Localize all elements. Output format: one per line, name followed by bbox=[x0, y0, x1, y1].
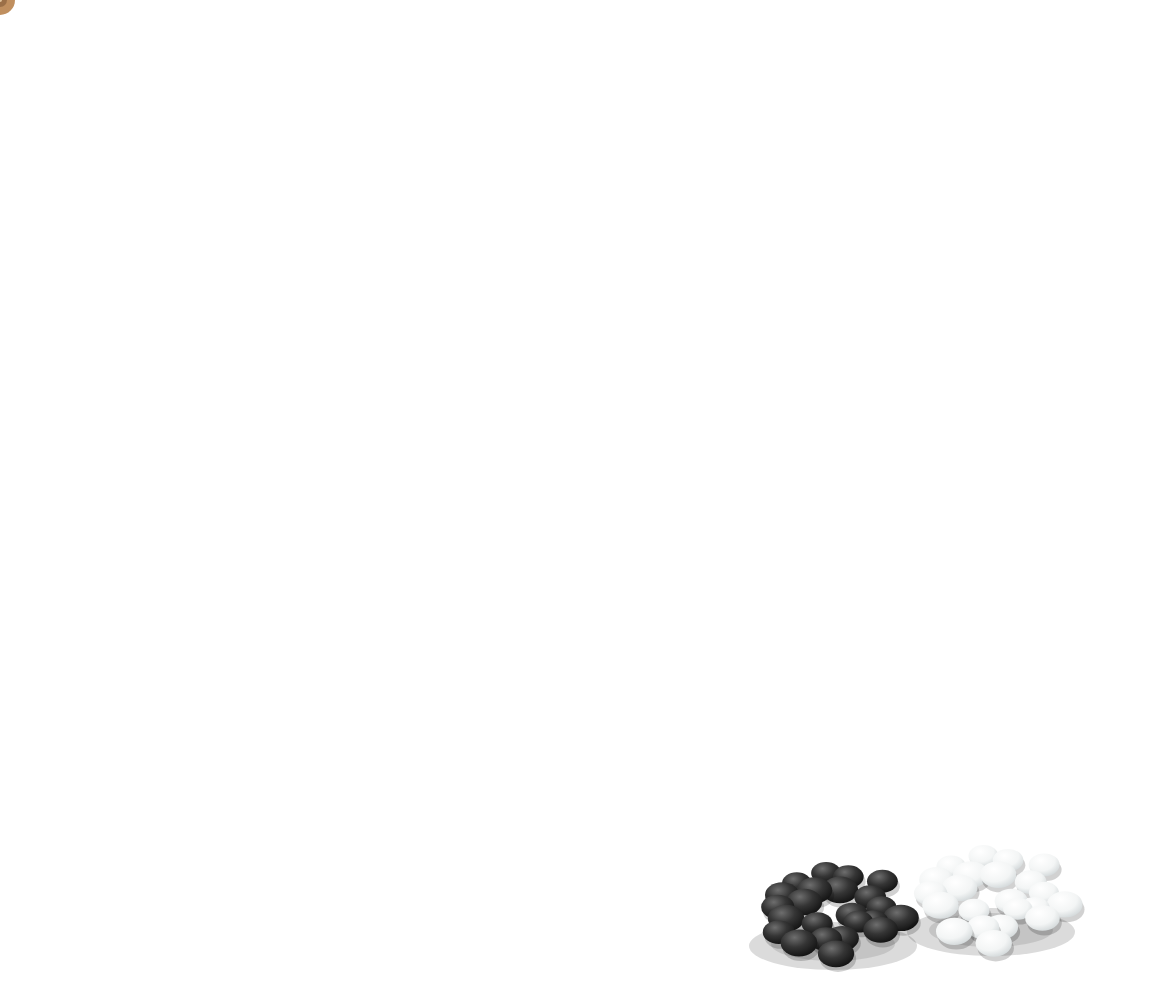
white-stone-pile bbox=[907, 845, 1085, 962]
pile-stone bbox=[936, 918, 973, 945]
go-set-product-photo bbox=[0, 0, 1163, 1000]
pile-stone bbox=[781, 929, 818, 956]
pile-stone bbox=[818, 940, 854, 967]
pile-stone bbox=[863, 917, 898, 943]
pile-stone bbox=[1025, 905, 1060, 931]
scene-canvas bbox=[0, 0, 1163, 1000]
pile-stone bbox=[976, 930, 1012, 957]
stone-piles bbox=[749, 845, 1085, 972]
black-stone-pile bbox=[749, 862, 921, 972]
closed-board-box bbox=[0, 0, 3, 3]
pile-stone bbox=[980, 861, 1016, 888]
pile-stone bbox=[922, 892, 958, 919]
